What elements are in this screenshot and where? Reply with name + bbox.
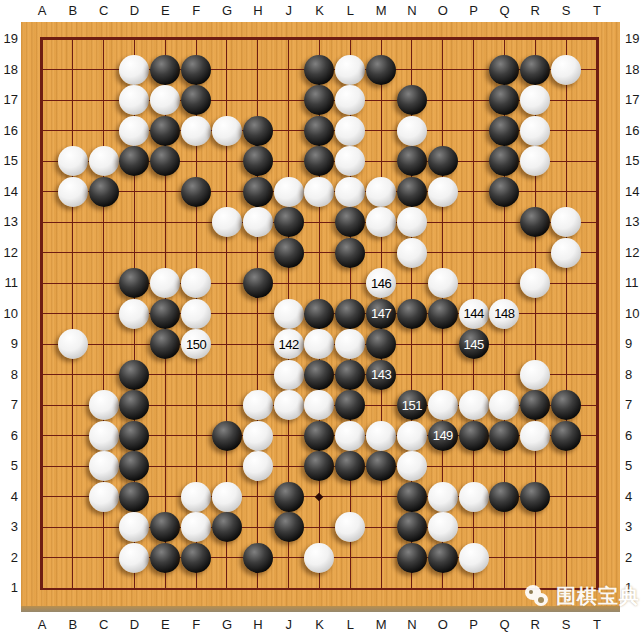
intersection-O16[interactable] <box>427 115 458 146</box>
intersection-N19[interactable] <box>397 24 428 55</box>
intersection-J9[interactable]: 142 <box>273 329 304 360</box>
intersection-F19[interactable] <box>181 24 212 55</box>
intersection-A13[interactable] <box>27 207 58 238</box>
intersection-N5[interactable] <box>397 451 428 482</box>
intersection-A14[interactable] <box>27 176 58 207</box>
intersection-M17[interactable] <box>366 85 397 116</box>
intersection-K15[interactable] <box>304 146 335 177</box>
intersection-P15[interactable] <box>458 146 489 177</box>
intersection-E16[interactable] <box>150 115 181 146</box>
intersection-B12[interactable] <box>57 237 88 268</box>
intersection-R15[interactable] <box>520 146 551 177</box>
intersection-G8[interactable] <box>212 359 243 390</box>
intersection-D7[interactable] <box>119 390 150 421</box>
intersection-J18[interactable] <box>273 54 304 85</box>
intersection-A9[interactable] <box>27 329 58 360</box>
intersection-P10[interactable]: 144 <box>458 298 489 329</box>
intersection-T8[interactable] <box>582 359 613 390</box>
intersection-C15[interactable] <box>88 146 119 177</box>
intersection-O19[interactable] <box>427 24 458 55</box>
intersection-S7[interactable] <box>551 390 582 421</box>
intersection-A16[interactable] <box>27 115 58 146</box>
intersection-O4[interactable] <box>427 481 458 512</box>
intersection-K4[interactable] <box>304 481 335 512</box>
intersection-C2[interactable] <box>88 542 119 573</box>
intersection-K3[interactable] <box>304 512 335 543</box>
intersection-N17[interactable] <box>397 85 428 116</box>
intersection-L6[interactable] <box>335 420 366 451</box>
intersection-B17[interactable] <box>57 85 88 116</box>
intersection-L9[interactable] <box>335 329 366 360</box>
intersection-C16[interactable] <box>88 115 119 146</box>
intersection-N18[interactable] <box>397 54 428 85</box>
intersection-J11[interactable] <box>273 268 304 299</box>
intersection-C12[interactable] <box>88 237 119 268</box>
intersection-B7[interactable] <box>57 390 88 421</box>
intersection-K6[interactable] <box>304 420 335 451</box>
intersection-H16[interactable] <box>242 115 273 146</box>
intersection-G5[interactable] <box>212 451 243 482</box>
intersection-T2[interactable] <box>582 542 613 573</box>
intersection-A2[interactable] <box>27 542 58 573</box>
intersection-H4[interactable] <box>242 481 273 512</box>
intersection-K12[interactable] <box>304 237 335 268</box>
intersection-O11[interactable] <box>427 268 458 299</box>
intersection-L10[interactable] <box>335 298 366 329</box>
intersection-B15[interactable] <box>57 146 88 177</box>
intersection-K10[interactable] <box>304 298 335 329</box>
intersection-F18[interactable] <box>181 54 212 85</box>
intersection-B8[interactable] <box>57 359 88 390</box>
intersection-T16[interactable] <box>582 115 613 146</box>
intersection-G16[interactable] <box>212 115 243 146</box>
intersection-N7[interactable]: 151 <box>397 390 428 421</box>
intersection-T12[interactable] <box>582 237 613 268</box>
intersection-T5[interactable] <box>582 451 613 482</box>
intersection-Q14[interactable] <box>489 176 520 207</box>
intersection-Q17[interactable] <box>489 85 520 116</box>
intersection-R14[interactable] <box>520 176 551 207</box>
intersection-D11[interactable] <box>119 268 150 299</box>
intersection-A4[interactable] <box>27 481 58 512</box>
intersection-H13[interactable] <box>242 207 273 238</box>
intersection-H14[interactable] <box>242 176 273 207</box>
intersection-G19[interactable] <box>212 24 243 55</box>
intersection-P2[interactable] <box>458 542 489 573</box>
intersection-K9[interactable] <box>304 329 335 360</box>
intersection-T14[interactable] <box>582 176 613 207</box>
intersection-T17[interactable] <box>582 85 613 116</box>
intersection-Q6[interactable] <box>489 420 520 451</box>
intersection-Q4[interactable] <box>489 481 520 512</box>
intersection-M1[interactable] <box>366 573 397 604</box>
intersection-N6[interactable] <box>397 420 428 451</box>
intersection-A19[interactable] <box>27 24 58 55</box>
intersection-K11[interactable] <box>304 268 335 299</box>
intersection-J4[interactable] <box>273 481 304 512</box>
intersection-G6[interactable] <box>212 420 243 451</box>
intersection-D13[interactable] <box>119 207 150 238</box>
intersection-A17[interactable] <box>27 85 58 116</box>
intersection-A7[interactable] <box>27 390 58 421</box>
intersection-O17[interactable] <box>427 85 458 116</box>
intersection-J14[interactable] <box>273 176 304 207</box>
intersection-J10[interactable] <box>273 298 304 329</box>
intersection-M10[interactable]: 147 <box>366 298 397 329</box>
intersection-L2[interactable] <box>335 542 366 573</box>
intersection-G9[interactable] <box>212 329 243 360</box>
intersection-A12[interactable] <box>27 237 58 268</box>
intersection-L3[interactable] <box>335 512 366 543</box>
intersection-P17[interactable] <box>458 85 489 116</box>
intersection-K16[interactable] <box>304 115 335 146</box>
intersection-Q16[interactable] <box>489 115 520 146</box>
intersection-A10[interactable] <box>27 298 58 329</box>
intersection-G4[interactable] <box>212 481 243 512</box>
intersection-N13[interactable] <box>397 207 428 238</box>
intersection-M14[interactable] <box>366 176 397 207</box>
intersection-P18[interactable] <box>458 54 489 85</box>
intersection-B6[interactable] <box>57 420 88 451</box>
intersection-A5[interactable] <box>27 451 58 482</box>
intersection-R2[interactable] <box>520 542 551 573</box>
intersection-T10[interactable] <box>582 298 613 329</box>
intersection-M4[interactable] <box>366 481 397 512</box>
intersection-P3[interactable] <box>458 512 489 543</box>
intersection-R11[interactable] <box>520 268 551 299</box>
intersection-B3[interactable] <box>57 512 88 543</box>
intersection-P4[interactable] <box>458 481 489 512</box>
intersection-E17[interactable] <box>150 85 181 116</box>
intersection-D8[interactable] <box>119 359 150 390</box>
intersection-C11[interactable] <box>88 268 119 299</box>
intersection-M12[interactable] <box>366 237 397 268</box>
intersection-R19[interactable] <box>520 24 551 55</box>
intersection-M13[interactable] <box>366 207 397 238</box>
intersection-F9[interactable]: 150 <box>181 329 212 360</box>
intersection-H18[interactable] <box>242 54 273 85</box>
intersection-J5[interactable] <box>273 451 304 482</box>
intersection-S12[interactable] <box>551 237 582 268</box>
intersection-O2[interactable] <box>427 542 458 573</box>
intersection-D14[interactable] <box>119 176 150 207</box>
intersection-C6[interactable] <box>88 420 119 451</box>
intersection-H15[interactable] <box>242 146 273 177</box>
intersection-A3[interactable] <box>27 512 58 543</box>
intersection-G10[interactable] <box>212 298 243 329</box>
intersection-O8[interactable] <box>427 359 458 390</box>
intersection-D10[interactable] <box>119 298 150 329</box>
intersection-K13[interactable] <box>304 207 335 238</box>
intersection-L13[interactable] <box>335 207 366 238</box>
intersection-S18[interactable] <box>551 54 582 85</box>
intersection-D19[interactable] <box>119 24 150 55</box>
intersection-F5[interactable] <box>181 451 212 482</box>
intersection-D6[interactable] <box>119 420 150 451</box>
intersection-G14[interactable] <box>212 176 243 207</box>
intersection-G13[interactable] <box>212 207 243 238</box>
intersection-S19[interactable] <box>551 24 582 55</box>
intersection-N15[interactable] <box>397 146 428 177</box>
intersection-Q9[interactable] <box>489 329 520 360</box>
intersection-G7[interactable] <box>212 390 243 421</box>
intersection-N11[interactable] <box>397 268 428 299</box>
intersection-J15[interactable] <box>273 146 304 177</box>
intersection-C10[interactable] <box>88 298 119 329</box>
intersection-R13[interactable] <box>520 207 551 238</box>
intersection-C7[interactable] <box>88 390 119 421</box>
intersection-R18[interactable] <box>520 54 551 85</box>
intersection-F14[interactable] <box>181 176 212 207</box>
intersection-B16[interactable] <box>57 115 88 146</box>
intersection-P13[interactable] <box>458 207 489 238</box>
intersection-J1[interactable] <box>273 573 304 604</box>
intersection-J19[interactable] <box>273 24 304 55</box>
intersection-G15[interactable] <box>212 146 243 177</box>
intersection-G1[interactable] <box>212 573 243 604</box>
intersection-B19[interactable] <box>57 24 88 55</box>
intersection-O14[interactable] <box>427 176 458 207</box>
intersection-S1[interactable] <box>551 573 582 604</box>
intersection-F16[interactable] <box>181 115 212 146</box>
intersection-R12[interactable] <box>520 237 551 268</box>
intersection-B4[interactable] <box>57 481 88 512</box>
intersection-D5[interactable] <box>119 451 150 482</box>
intersection-F17[interactable] <box>181 85 212 116</box>
intersection-N8[interactable] <box>397 359 428 390</box>
intersection-O1[interactable] <box>427 573 458 604</box>
intersection-F3[interactable] <box>181 512 212 543</box>
intersection-L19[interactable] <box>335 24 366 55</box>
intersection-L11[interactable] <box>335 268 366 299</box>
intersection-N4[interactable] <box>397 481 428 512</box>
intersection-B11[interactable] <box>57 268 88 299</box>
intersection-H5[interactable] <box>242 451 273 482</box>
intersection-M5[interactable] <box>366 451 397 482</box>
intersection-D1[interactable] <box>119 573 150 604</box>
intersection-H2[interactable] <box>242 542 273 573</box>
intersection-M11[interactable]: 146 <box>366 268 397 299</box>
intersection-A15[interactable] <box>27 146 58 177</box>
intersection-F13[interactable] <box>181 207 212 238</box>
intersection-G2[interactable] <box>212 542 243 573</box>
intersection-L4[interactable] <box>335 481 366 512</box>
intersection-L12[interactable] <box>335 237 366 268</box>
intersection-D18[interactable] <box>119 54 150 85</box>
intersection-O7[interactable] <box>427 390 458 421</box>
intersection-S10[interactable] <box>551 298 582 329</box>
intersection-T9[interactable] <box>582 329 613 360</box>
intersection-T1[interactable] <box>582 573 613 604</box>
intersection-Q7[interactable] <box>489 390 520 421</box>
intersection-H8[interactable] <box>242 359 273 390</box>
intersection-H7[interactable] <box>242 390 273 421</box>
intersection-T4[interactable] <box>582 481 613 512</box>
intersection-O9[interactable] <box>427 329 458 360</box>
intersection-R16[interactable] <box>520 115 551 146</box>
intersection-F15[interactable] <box>181 146 212 177</box>
intersection-J16[interactable] <box>273 115 304 146</box>
intersection-E12[interactable] <box>150 237 181 268</box>
intersection-A6[interactable] <box>27 420 58 451</box>
intersection-T18[interactable] <box>582 54 613 85</box>
intersection-C1[interactable] <box>88 573 119 604</box>
intersection-A18[interactable] <box>27 54 58 85</box>
intersection-S9[interactable] <box>551 329 582 360</box>
intersection-P12[interactable] <box>458 237 489 268</box>
intersection-L7[interactable] <box>335 390 366 421</box>
intersection-Q12[interactable] <box>489 237 520 268</box>
intersection-Q3[interactable] <box>489 512 520 543</box>
intersection-D2[interactable] <box>119 542 150 573</box>
intersection-Q18[interactable] <box>489 54 520 85</box>
intersection-K17[interactable] <box>304 85 335 116</box>
intersection-R1[interactable] <box>520 573 551 604</box>
intersection-J6[interactable] <box>273 420 304 451</box>
intersection-F11[interactable] <box>181 268 212 299</box>
intersection-C14[interactable] <box>88 176 119 207</box>
intersection-M18[interactable] <box>366 54 397 85</box>
intersection-S3[interactable] <box>551 512 582 543</box>
intersection-G18[interactable] <box>212 54 243 85</box>
intersection-Q8[interactable] <box>489 359 520 390</box>
intersection-M6[interactable] <box>366 420 397 451</box>
intersection-P9[interactable]: 145 <box>458 329 489 360</box>
intersection-F4[interactable] <box>181 481 212 512</box>
intersection-J17[interactable] <box>273 85 304 116</box>
intersection-C17[interactable] <box>88 85 119 116</box>
intersection-A8[interactable] <box>27 359 58 390</box>
intersection-M2[interactable] <box>366 542 397 573</box>
intersection-T3[interactable] <box>582 512 613 543</box>
intersection-O12[interactable] <box>427 237 458 268</box>
intersection-S8[interactable] <box>551 359 582 390</box>
intersection-M3[interactable] <box>366 512 397 543</box>
intersection-C13[interactable] <box>88 207 119 238</box>
intersection-K5[interactable] <box>304 451 335 482</box>
intersection-D9[interactable] <box>119 329 150 360</box>
intersection-N12[interactable] <box>397 237 428 268</box>
intersection-P7[interactable] <box>458 390 489 421</box>
intersection-S15[interactable] <box>551 146 582 177</box>
intersection-E7[interactable] <box>150 390 181 421</box>
intersection-M9[interactable] <box>366 329 397 360</box>
intersection-D17[interactable] <box>119 85 150 116</box>
intersection-H10[interactable] <box>242 298 273 329</box>
intersection-F10[interactable] <box>181 298 212 329</box>
intersection-F6[interactable] <box>181 420 212 451</box>
intersection-S17[interactable] <box>551 85 582 116</box>
intersection-C3[interactable] <box>88 512 119 543</box>
intersection-D16[interactable] <box>119 115 150 146</box>
intersection-P11[interactable] <box>458 268 489 299</box>
intersection-H11[interactable] <box>242 268 273 299</box>
intersection-E2[interactable] <box>150 542 181 573</box>
intersection-G3[interactable] <box>212 512 243 543</box>
intersection-M8[interactable]: 143 <box>366 359 397 390</box>
intersection-B2[interactable] <box>57 542 88 573</box>
intersection-O18[interactable] <box>427 54 458 85</box>
intersection-B18[interactable] <box>57 54 88 85</box>
intersection-M19[interactable] <box>366 24 397 55</box>
intersection-H9[interactable] <box>242 329 273 360</box>
intersection-O5[interactable] <box>427 451 458 482</box>
intersection-A11[interactable] <box>27 268 58 299</box>
intersection-L17[interactable] <box>335 85 366 116</box>
intersection-E19[interactable] <box>150 24 181 55</box>
intersection-G12[interactable] <box>212 237 243 268</box>
intersection-D3[interactable] <box>119 512 150 543</box>
intersection-N10[interactable] <box>397 298 428 329</box>
intersection-K8[interactable] <box>304 359 335 390</box>
intersection-E11[interactable] <box>150 268 181 299</box>
intersection-O10[interactable] <box>427 298 458 329</box>
intersection-E9[interactable] <box>150 329 181 360</box>
intersection-M16[interactable] <box>366 115 397 146</box>
intersection-P5[interactable] <box>458 451 489 482</box>
intersection-P14[interactable] <box>458 176 489 207</box>
intersection-H19[interactable] <box>242 24 273 55</box>
intersection-L18[interactable] <box>335 54 366 85</box>
intersection-F7[interactable] <box>181 390 212 421</box>
intersection-H12[interactable] <box>242 237 273 268</box>
intersection-B5[interactable] <box>57 451 88 482</box>
intersection-G11[interactable] <box>212 268 243 299</box>
intersection-E4[interactable] <box>150 481 181 512</box>
intersection-T19[interactable] <box>582 24 613 55</box>
intersection-R6[interactable] <box>520 420 551 451</box>
intersection-P8[interactable] <box>458 359 489 390</box>
intersection-E3[interactable] <box>150 512 181 543</box>
intersection-H17[interactable] <box>242 85 273 116</box>
intersection-S4[interactable] <box>551 481 582 512</box>
intersection-Q15[interactable] <box>489 146 520 177</box>
intersection-R8[interactable] <box>520 359 551 390</box>
intersection-Q2[interactable] <box>489 542 520 573</box>
intersection-B13[interactable] <box>57 207 88 238</box>
intersection-T11[interactable] <box>582 268 613 299</box>
intersection-K1[interactable] <box>304 573 335 604</box>
intersection-J7[interactable] <box>273 390 304 421</box>
intersection-H3[interactable] <box>242 512 273 543</box>
intersection-L15[interactable] <box>335 146 366 177</box>
intersection-C8[interactable] <box>88 359 119 390</box>
intersection-P16[interactable] <box>458 115 489 146</box>
intersection-N1[interactable] <box>397 573 428 604</box>
intersection-T13[interactable] <box>582 207 613 238</box>
intersection-L16[interactable] <box>335 115 366 146</box>
intersection-E1[interactable] <box>150 573 181 604</box>
intersection-N3[interactable] <box>397 512 428 543</box>
intersection-T6[interactable] <box>582 420 613 451</box>
intersection-L14[interactable] <box>335 176 366 207</box>
intersection-C4[interactable] <box>88 481 119 512</box>
intersection-E15[interactable] <box>150 146 181 177</box>
intersection-L8[interactable] <box>335 359 366 390</box>
intersection-N16[interactable] <box>397 115 428 146</box>
intersection-C9[interactable] <box>88 329 119 360</box>
intersection-D4[interactable] <box>119 481 150 512</box>
intersection-J12[interactable] <box>273 237 304 268</box>
intersection-E10[interactable] <box>150 298 181 329</box>
intersection-K18[interactable] <box>304 54 335 85</box>
intersection-R7[interactable] <box>520 390 551 421</box>
intersection-F1[interactable] <box>181 573 212 604</box>
intersection-Q1[interactable] <box>489 573 520 604</box>
intersection-C18[interactable] <box>88 54 119 85</box>
intersection-B9[interactable] <box>57 329 88 360</box>
intersection-E13[interactable] <box>150 207 181 238</box>
